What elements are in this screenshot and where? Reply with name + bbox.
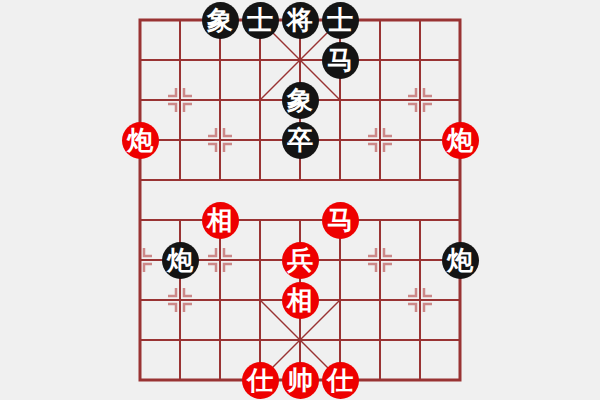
xiangqi-board: 象士将士马象炮卒炮相马炮兵炮相仕帅仕 — [0, 0, 600, 400]
piece-red-horse[interactable]: 马 — [322, 202, 359, 239]
piece-black-soldier[interactable]: 卒 — [282, 122, 319, 159]
piece-red-advisor[interactable]: 仕 — [242, 362, 279, 399]
piece-black-advisor[interactable]: 士 — [322, 2, 359, 39]
piece-red-advisor[interactable]: 仕 — [322, 362, 359, 399]
piece-black-cannon[interactable]: 炮 — [442, 242, 479, 279]
piece-black-elephant[interactable]: 象 — [282, 82, 319, 119]
piece-black-elephant[interactable]: 象 — [202, 2, 239, 39]
piece-black-advisor[interactable]: 士 — [242, 2, 279, 39]
piece-red-general[interactable]: 帅 — [282, 362, 319, 399]
piece-red-elephant[interactable]: 相 — [282, 282, 319, 319]
piece-red-elephant[interactable]: 相 — [202, 202, 239, 239]
board-grid: 象士将士马象炮卒炮相马炮兵炮相仕帅仕 — [120, 0, 480, 400]
piece-red-cannon[interactable]: 炮 — [122, 122, 159, 159]
piece-black-general[interactable]: 将 — [282, 2, 319, 39]
piece-red-cannon[interactable]: 炮 — [442, 122, 479, 159]
piece-black-cannon[interactable]: 炮 — [162, 242, 199, 279]
piece-red-soldier[interactable]: 兵 — [282, 242, 319, 279]
piece-black-horse[interactable]: 马 — [322, 42, 359, 79]
